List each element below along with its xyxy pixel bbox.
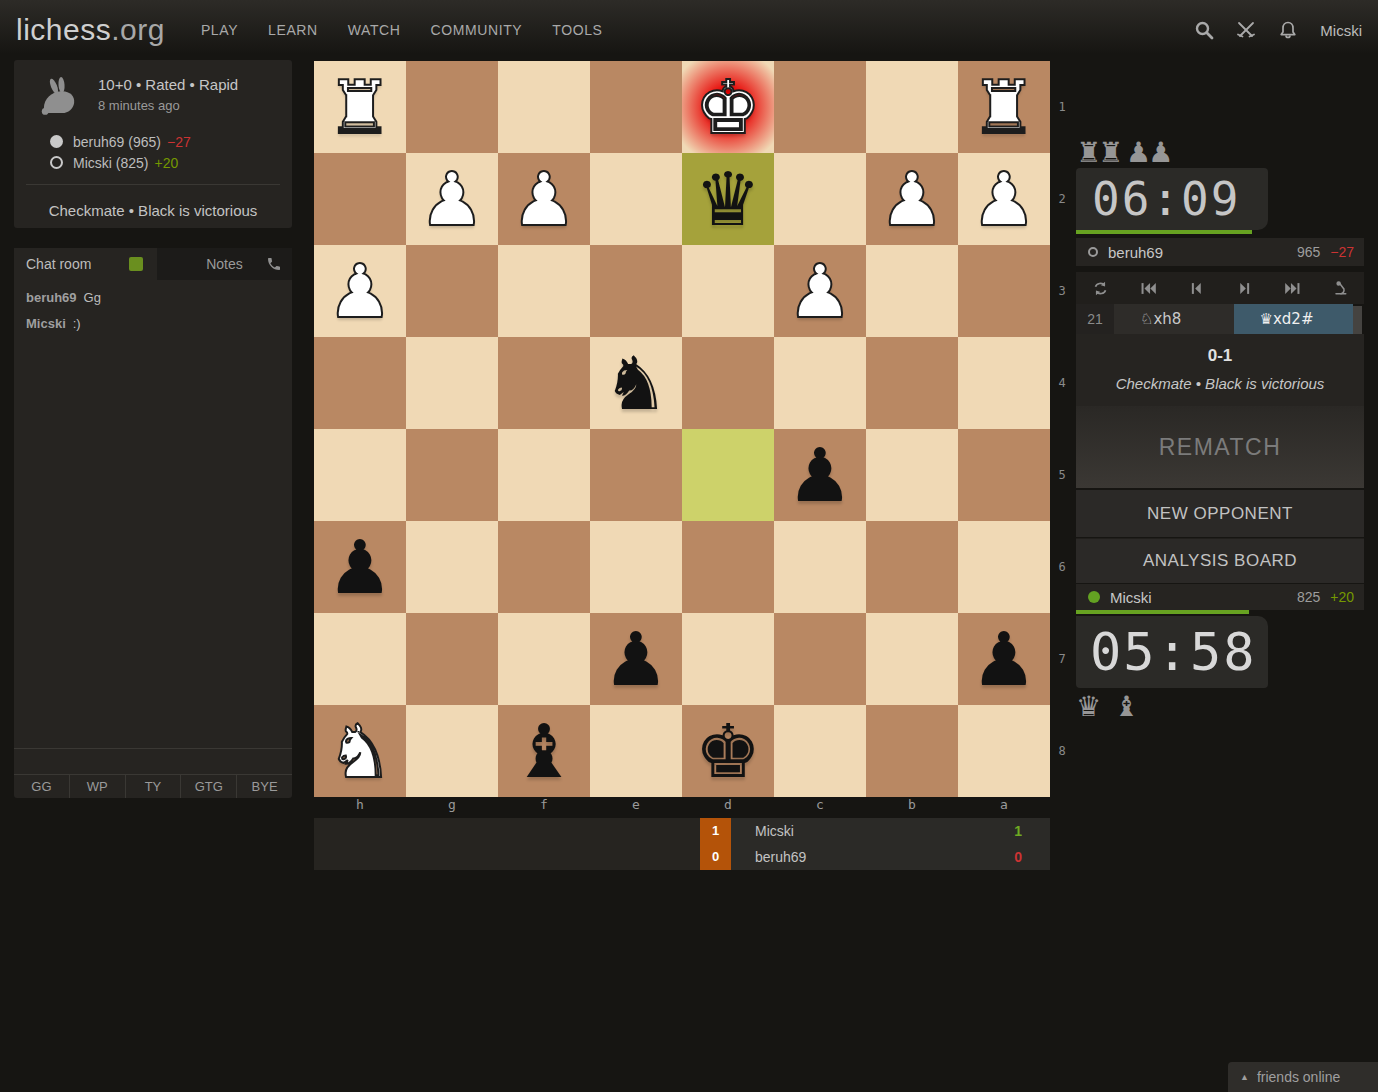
- square-e6[interactable]: [590, 521, 682, 613]
- square-c4[interactable]: [774, 337, 866, 429]
- tab-notes[interactable]: Notes: [157, 248, 292, 280]
- square-b8[interactable]: [866, 705, 958, 797]
- crosstable-player[interactable]: beruh69: [731, 849, 990, 865]
- black-player-name[interactable]: Micski (825): [73, 155, 148, 171]
- square-f8[interactable]: ♝: [498, 705, 590, 797]
- online-indicator: [1088, 591, 1100, 603]
- square-g1[interactable]: [406, 61, 498, 153]
- square-b6[interactable]: [866, 521, 958, 613]
- square-d3[interactable]: [682, 245, 774, 337]
- square-f5[interactable]: [498, 429, 590, 521]
- preset-wp-button[interactable]: WP: [69, 775, 125, 798]
- square-d2[interactable]: ♛: [682, 153, 774, 245]
- square-f3[interactable]: [498, 245, 590, 337]
- square-e1[interactable]: [590, 61, 682, 153]
- previous-move-button[interactable]: [1172, 272, 1220, 304]
- square-g2[interactable]: ♟: [406, 153, 498, 245]
- piece-black-pawn[interactable]: ♟: [603, 622, 669, 696]
- game-setup: 10+0 • Rated • Rapid: [98, 76, 238, 93]
- square-f6[interactable]: [498, 521, 590, 613]
- tab-chat-room[interactable]: Chat room: [14, 248, 157, 280]
- captured-by-white-tray: ♜♜ ♟♟: [1076, 136, 1364, 168]
- square-d5[interactable]: [682, 429, 774, 521]
- square-h4[interactable]: [314, 337, 406, 429]
- chat-messages: beruh69Gg Micski:): [14, 280, 292, 748]
- square-a4[interactable]: [958, 337, 1050, 429]
- crosstable-game-score[interactable]: 0: [700, 844, 731, 870]
- menu-community[interactable]: COMMUNITY: [431, 22, 523, 38]
- white-player-name[interactable]: beruh69 (965): [73, 134, 161, 150]
- black-player-row: Micski 825 +20: [1076, 584, 1364, 610]
- search-icon[interactable]: [1194, 20, 1214, 40]
- black-color-icon: [50, 156, 63, 169]
- logo-text: lichess: [16, 13, 111, 46]
- square-h2[interactable]: [314, 153, 406, 245]
- nav-username[interactable]: Micski: [1320, 22, 1362, 39]
- chat-toggle[interactable]: [129, 257, 143, 271]
- square-e5[interactable]: [590, 429, 682, 521]
- white-color-icon: [50, 135, 63, 148]
- move-number: 21: [1076, 304, 1114, 334]
- square-a2[interactable]: ♟: [958, 153, 1050, 245]
- menu-tools[interactable]: TOOLS: [552, 22, 602, 38]
- captured-by-black-tray: ♛ ♝: [1076, 690, 1364, 724]
- square-c2[interactable]: [774, 153, 866, 245]
- replay-controls: [1076, 272, 1364, 304]
- square-h3[interactable]: ♟: [314, 245, 406, 337]
- square-a7[interactable]: ♟: [958, 613, 1050, 705]
- piece-black-king[interactable]: ♚: [695, 714, 761, 788]
- game-time-ago: 8 minutes ago: [98, 98, 238, 113]
- square-d6[interactable]: [682, 521, 774, 613]
- flip-board-button[interactable]: [1076, 272, 1124, 304]
- black-player-line: Micski (825) +20: [50, 153, 292, 172]
- square-b4[interactable]: [866, 337, 958, 429]
- square-e7[interactable]: ♟: [590, 613, 682, 705]
- chat-panel: Chat room Notes beruh69Gg Micski:) GG WP…: [14, 248, 292, 798]
- friends-online-button[interactable]: ▲ friends online: [1228, 1062, 1378, 1092]
- square-h1[interactable]: ♜: [314, 61, 406, 153]
- square-b1[interactable]: [866, 61, 958, 153]
- square-g8[interactable]: [406, 705, 498, 797]
- rank-coordinates: 12 34 56 78: [1050, 61, 1074, 797]
- crosstable-player[interactable]: Micski: [731, 823, 990, 839]
- nav-right: Micski: [1194, 20, 1362, 40]
- chevron-up-icon: ▲: [1240, 1072, 1249, 1082]
- top-nav: lichess.org PLAY LEARN WATCH COMMUNITY T…: [0, 0, 1378, 60]
- square-d7[interactable]: [682, 613, 774, 705]
- last-move-button[interactable]: [1268, 272, 1316, 304]
- game-result: 0-1: [1076, 346, 1364, 366]
- piece-black-pawn[interactable]: ♟: [787, 438, 853, 512]
- piece-white-rook[interactable]: ♜: [327, 70, 393, 144]
- first-move-button[interactable]: [1124, 272, 1172, 304]
- white-clock: 06:09: [1076, 168, 1268, 230]
- black-player-name[interactable]: Micski: [1110, 589, 1152, 606]
- next-move-button[interactable]: [1220, 272, 1268, 304]
- square-d8[interactable]: ♚: [682, 705, 774, 797]
- square-a1[interactable]: ♜: [958, 61, 1050, 153]
- preset-bye-button[interactable]: BYE: [236, 775, 292, 798]
- crosstable-total: 1: [990, 823, 1050, 839]
- crosstable-game-score[interactable]: 1: [700, 818, 731, 844]
- white-player-name[interactable]: beruh69: [1108, 244, 1163, 261]
- piece-white-pawn[interactable]: ♟: [971, 162, 1037, 236]
- crosstable: 1 Micski 1 0 beruh69 0: [314, 818, 1050, 870]
- challenges-icon[interactable]: [1236, 20, 1256, 40]
- square-a3[interactable]: [958, 245, 1050, 337]
- notes-label: Notes: [206, 256, 243, 272]
- white-player-line: beruh69 (965) −27: [50, 132, 292, 151]
- crosstable-row: 0 beruh69 0: [314, 844, 1050, 870]
- piece-black-bishop[interactable]: ♝: [511, 714, 577, 788]
- square-c5[interactable]: ♟: [774, 429, 866, 521]
- black-time-bar: [1076, 610, 1249, 614]
- square-e8[interactable]: [590, 705, 682, 797]
- chat-message: beruh69Gg: [26, 290, 280, 305]
- square-b5[interactable]: [866, 429, 958, 521]
- piece-white-pawn[interactable]: ♟: [879, 162, 945, 236]
- square-g7[interactable]: [406, 613, 498, 705]
- game-status-text: Checkmate • Black is victorious: [14, 202, 292, 219]
- square-c1[interactable]: [774, 61, 866, 153]
- piece-black-pawn[interactable]: ♟: [971, 622, 1037, 696]
- square-a5[interactable]: [958, 429, 1050, 521]
- square-f2[interactable]: ♟: [498, 153, 590, 245]
- piece-black-queen[interactable]: ♛: [695, 162, 761, 236]
- rapid-rabbit-icon: [38, 76, 80, 120]
- square-c8[interactable]: [774, 705, 866, 797]
- result-block: 0-1 Checkmate • Black is victorious: [1076, 334, 1364, 406]
- square-d1[interactable]: ♚: [682, 61, 774, 153]
- new-opponent-button[interactable]: NEW OPPONENT: [1076, 490, 1364, 537]
- phone-icon[interactable]: [266, 256, 282, 272]
- piece-white-knight[interactable]: ♞: [327, 714, 393, 788]
- white-player-row: beruh69 965 −27: [1076, 238, 1364, 266]
- piece-white-king[interactable]: ♚: [695, 70, 761, 144]
- piece-white-pawn[interactable]: ♟: [787, 254, 853, 328]
- square-c6[interactable]: [774, 521, 866, 613]
- main-menu: PLAY LEARN WATCH COMMUNITY TOOLS: [201, 22, 603, 38]
- friends-online-label: friends online: [1257, 1069, 1340, 1085]
- square-h6[interactable]: ♟: [314, 521, 406, 613]
- rematch-button[interactable]: REMATCH: [1076, 406, 1364, 488]
- menu-learn[interactable]: LEARN: [268, 22, 318, 38]
- crosstable-total: 0: [990, 849, 1050, 865]
- square-e3[interactable]: [590, 245, 682, 337]
- chat-message: Micski:): [26, 316, 280, 331]
- lichess-logo[interactable]: lichess.org: [16, 13, 165, 47]
- square-a6[interactable]: [958, 521, 1050, 613]
- menu-watch[interactable]: WATCH: [348, 22, 401, 38]
- square-g6[interactable]: [406, 521, 498, 613]
- square-b3[interactable]: [866, 245, 958, 337]
- square-d4[interactable]: [682, 337, 774, 429]
- analysis-board-button[interactable]: ANALYSIS BOARD: [1076, 538, 1364, 583]
- square-f7[interactable]: [498, 613, 590, 705]
- square-a8[interactable]: [958, 705, 1050, 797]
- square-g5[interactable]: [406, 429, 498, 521]
- square-c3[interactable]: ♟: [774, 245, 866, 337]
- offline-indicator: [1088, 247, 1098, 257]
- square-f4[interactable]: [498, 337, 590, 429]
- white-rating-delta: −27: [167, 134, 191, 150]
- square-g4[interactable]: [406, 337, 498, 429]
- piece-white-pawn[interactable]: ♟: [511, 162, 577, 236]
- square-b2[interactable]: ♟: [866, 153, 958, 245]
- notifications-icon[interactable]: [1278, 20, 1298, 40]
- square-h5[interactable]: [314, 429, 406, 521]
- square-e2[interactable]: [590, 153, 682, 245]
- chat-room-label: Chat room: [26, 256, 91, 272]
- game-info-box: 10+0 • Rated • Rapid 8 minutes ago beruh…: [14, 60, 292, 228]
- chat-input[interactable]: [14, 748, 292, 774]
- preset-gtg-button[interactable]: GTG: [180, 775, 236, 798]
- piece-white-pawn[interactable]: ♟: [327, 254, 393, 328]
- square-h7[interactable]: [314, 613, 406, 705]
- move-list: 21 ♘xh8 ♛xd2#: [1076, 304, 1353, 334]
- black-move-active[interactable]: ♛xd2#: [1234, 304, 1354, 334]
- square-h8[interactable]: ♞: [314, 705, 406, 797]
- square-b7[interactable]: [866, 613, 958, 705]
- piece-black-pawn[interactable]: ♟: [327, 530, 393, 604]
- preset-gg-button[interactable]: GG: [14, 775, 69, 798]
- logo-tld: .org: [111, 13, 165, 46]
- piece-white-pawn[interactable]: ♟: [419, 162, 485, 236]
- black-clock: 05:58: [1076, 616, 1268, 688]
- preset-ty-button[interactable]: TY: [125, 775, 181, 798]
- divider: [26, 184, 280, 185]
- result-status-text: Checkmate • Black is victorious: [1076, 375, 1364, 392]
- black-rating: 825 +20: [1297, 589, 1354, 605]
- square-g3[interactable]: [406, 245, 498, 337]
- square-e4[interactable]: ♞: [590, 337, 682, 429]
- white-move[interactable]: ♘xh8: [1114, 304, 1234, 334]
- black-rating-delta: +20: [154, 155, 178, 171]
- crosstable-row: 1 Micski 1: [314, 818, 1050, 844]
- analysis-icon[interactable]: [1316, 272, 1364, 304]
- menu-play[interactable]: PLAY: [201, 22, 238, 38]
- white-time-bar: [1076, 230, 1252, 234]
- piece-white-rook[interactable]: ♜: [971, 70, 1037, 144]
- white-rating: 965 −27: [1297, 244, 1354, 260]
- file-coordinates: hg fe dc ba: [314, 797, 1050, 815]
- chess-board[interactable]: ♜♚♜♟♟♛♟♟♟♟♞♟♟♟♟♞♝♚: [314, 61, 1050, 797]
- piece-black-knight[interactable]: ♞: [603, 346, 669, 420]
- crosstable-empty: [314, 844, 700, 870]
- square-c7[interactable]: [774, 613, 866, 705]
- chat-presets: GG WP TY GTG BYE: [14, 774, 292, 798]
- crosstable-empty: [314, 818, 700, 844]
- square-f1[interactable]: [498, 61, 590, 153]
